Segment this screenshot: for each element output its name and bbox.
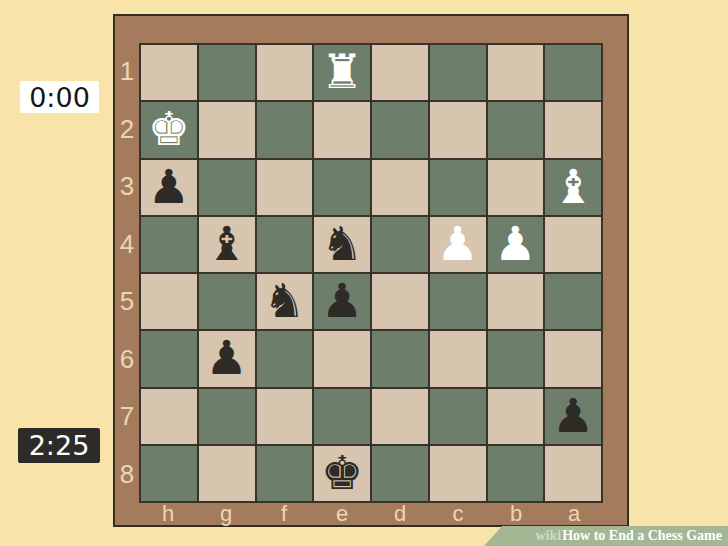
square-b3 (488, 160, 544, 215)
square-a2 (545, 102, 601, 157)
board-grid: ♜♚♟♝♝♞♟♟♞♟♟♟♚ (139, 43, 603, 503)
square-b7 (488, 389, 544, 444)
white-pawn: ♟ (437, 220, 479, 267)
rank-label-8: 8 (115, 446, 139, 504)
black-bishop: ♝ (206, 220, 248, 267)
square-c6 (430, 331, 486, 386)
file-label-e: e (313, 503, 371, 525)
square-h2: ♚ (141, 102, 197, 157)
black-pawn: ♟ (321, 277, 363, 324)
square-f3 (257, 160, 313, 215)
file-labels: h g f e d c b a (139, 503, 603, 525)
square-d2 (372, 102, 428, 157)
square-e1: ♜ (314, 45, 370, 100)
square-h5 (141, 274, 197, 329)
square-f4 (257, 217, 313, 272)
square-a7: ♟ (545, 389, 601, 444)
file-label-b: b (487, 503, 545, 525)
square-c3 (430, 160, 486, 215)
clock-white-time: 0:00 (29, 82, 90, 113)
file-label-g: g (197, 503, 255, 525)
clock-black: 2:25 (18, 428, 100, 463)
square-e6 (314, 331, 370, 386)
square-c1 (430, 45, 486, 100)
square-b8 (488, 446, 544, 501)
square-b4: ♟ (488, 217, 544, 272)
black-pawn: ♟ (552, 392, 594, 439)
rank-label-6: 6 (115, 331, 139, 389)
black-pawn: ♟ (148, 163, 190, 210)
square-h3: ♟ (141, 160, 197, 215)
file-label-c: c (429, 503, 487, 525)
square-f6 (257, 331, 313, 386)
black-knight: ♞ (321, 220, 363, 267)
square-g5 (199, 274, 255, 329)
square-g4: ♝ (199, 217, 255, 272)
file-label-d: d (371, 503, 429, 525)
white-rook: ♜ (321, 48, 363, 95)
square-a6 (545, 331, 601, 386)
square-d6 (372, 331, 428, 386)
rank-label-5: 5 (115, 273, 139, 331)
square-d3 (372, 160, 428, 215)
square-c4: ♟ (430, 217, 486, 272)
square-g1 (199, 45, 255, 100)
clock-black-time: 2:25 (29, 430, 90, 461)
square-b2 (488, 102, 544, 157)
square-a1 (545, 45, 601, 100)
square-a8 (545, 446, 601, 501)
square-g6: ♟ (199, 331, 255, 386)
file-label-a: a (545, 503, 603, 525)
square-c5 (430, 274, 486, 329)
square-d4 (372, 217, 428, 272)
square-g7 (199, 389, 255, 444)
square-f8 (257, 446, 313, 501)
black-king: ♚ (321, 449, 363, 496)
square-b6 (488, 331, 544, 386)
square-d5 (372, 274, 428, 329)
square-b5 (488, 274, 544, 329)
white-pawn: ♟ (494, 220, 536, 267)
watermark-banner: wiki How to End a Chess Game (484, 526, 728, 546)
file-label-h: h (139, 503, 197, 525)
square-f7 (257, 389, 313, 444)
square-h8 (141, 446, 197, 501)
square-e4: ♞ (314, 217, 370, 272)
square-g8 (199, 446, 255, 501)
square-a3: ♝ (545, 160, 601, 215)
watermark-wiki: wiki (535, 528, 561, 544)
square-d8 (372, 446, 428, 501)
square-e5: ♟ (314, 274, 370, 329)
square-d1 (372, 45, 428, 100)
file-label-f: f (255, 503, 313, 525)
rank-labels: 1 2 3 4 5 6 7 8 (115, 43, 139, 503)
square-h1 (141, 45, 197, 100)
square-e7 (314, 389, 370, 444)
square-e8: ♚ (314, 446, 370, 501)
square-c8 (430, 446, 486, 501)
white-king: ♚ (148, 105, 190, 152)
rank-label-3: 3 (115, 158, 139, 216)
square-e2 (314, 102, 370, 157)
white-bishop: ♝ (552, 163, 594, 210)
square-f1 (257, 45, 313, 100)
watermark-title: How to End a Chess Game (562, 528, 722, 544)
square-d7 (372, 389, 428, 444)
chess-board: 1 2 3 4 5 6 7 8 ♜♚♟♝♝♞♟♟♞♟♟♟♚ h g f e d … (113, 14, 629, 527)
square-e3 (314, 160, 370, 215)
rank-label-1: 1 (115, 43, 139, 101)
rank-label-2: 2 (115, 101, 139, 159)
square-a5 (545, 274, 601, 329)
square-g3 (199, 160, 255, 215)
square-h7 (141, 389, 197, 444)
square-c7 (430, 389, 486, 444)
square-b1 (488, 45, 544, 100)
black-pawn: ♟ (206, 334, 248, 381)
rank-label-7: 7 (115, 388, 139, 446)
square-g2 (199, 102, 255, 157)
clock-white: 0:00 (20, 81, 99, 113)
rank-label-4: 4 (115, 216, 139, 274)
black-knight: ♞ (263, 277, 305, 324)
square-c2 (430, 102, 486, 157)
square-a4 (545, 217, 601, 272)
square-h6 (141, 331, 197, 386)
square-f5: ♞ (257, 274, 313, 329)
square-h4 (141, 217, 197, 272)
square-f2 (257, 102, 313, 157)
